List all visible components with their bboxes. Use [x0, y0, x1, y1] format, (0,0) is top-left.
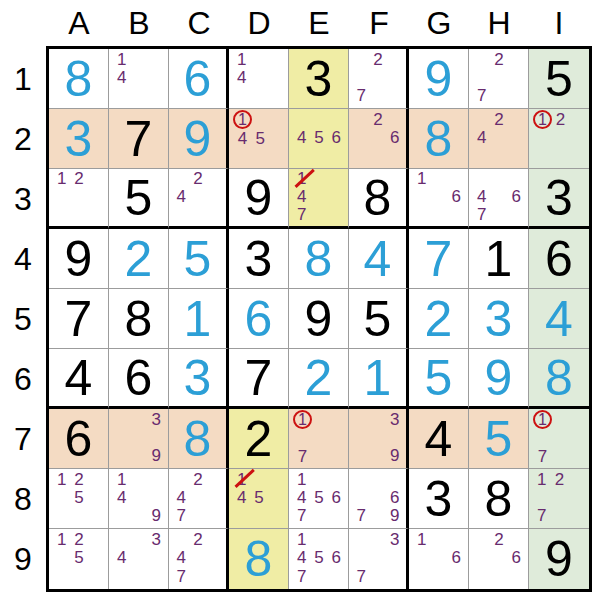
- cell-C3[interactable]: 24: [169, 169, 229, 229]
- candidate-4: 4: [293, 488, 310, 506]
- row-label-7: 7: [0, 409, 46, 469]
- candidate-7: 7: [353, 567, 370, 586]
- cell-F8[interactable]: 679: [349, 469, 409, 529]
- candidate-1-circled: 1: [233, 110, 252, 129]
- candidate-grid: 125: [53, 530, 105, 586]
- cell-D5[interactable]: 6: [229, 289, 289, 349]
- cell-C2[interactable]: 9: [169, 109, 229, 169]
- candidate-1: 1: [238, 112, 247, 128]
- big-digit: 8: [425, 114, 453, 164]
- candidate-grid: 26: [473, 530, 525, 586]
- cell-C1[interactable]: 6: [169, 49, 229, 109]
- candidate-7: 7: [173, 567, 190, 586]
- candidate-grid: 247: [173, 530, 223, 586]
- candidate-7: 7: [293, 447, 312, 465]
- candidate-grid: 27: [473, 50, 525, 105]
- candidate-grid: 147: [293, 170, 345, 223]
- cell-A5[interactable]: 7: [49, 289, 109, 349]
- candidate-3: 3: [148, 410, 165, 428]
- big-digit: 8: [545, 353, 573, 403]
- candidate-1-circled: 1: [533, 110, 552, 129]
- cell-I6[interactable]: 8: [529, 349, 589, 409]
- big-digit: 9: [65, 234, 93, 284]
- candidate-2: 2: [70, 530, 87, 549]
- candidate-grid: 12: [53, 170, 105, 223]
- cell-C8[interactable]: 247: [169, 469, 229, 529]
- candidate-grid: 127: [533, 470, 586, 525]
- candidate-grid: 145: [233, 470, 285, 525]
- candidate-grid: 14567: [293, 470, 345, 525]
- cell-E8[interactable]: 14567: [289, 469, 349, 529]
- candidate-4: 4: [473, 188, 490, 206]
- big-digit: 3: [245, 234, 273, 284]
- candidate-4: 4: [233, 488, 250, 506]
- big-digit: 9: [425, 54, 453, 104]
- candidate-9: 9: [148, 507, 165, 525]
- candidate-5: 5: [252, 129, 269, 147]
- column-label-E: E: [289, 0, 349, 46]
- candidate-5: 5: [70, 488, 87, 506]
- candidate-7: 7: [533, 447, 552, 465]
- cell-C7[interactable]: 8: [169, 409, 229, 469]
- candidate-4: 4: [473, 128, 490, 146]
- cell-A9[interactable]: 125: [49, 529, 109, 589]
- red-circle-annotation: 1: [233, 110, 252, 129]
- candidate-4: 4: [293, 549, 310, 568]
- cell-E7[interactable]: 17: [289, 409, 349, 469]
- candidate-grid: 679: [353, 470, 403, 525]
- big-digit: 8: [65, 54, 93, 104]
- big-digit: 3: [184, 353, 212, 403]
- big-digit: 5: [364, 294, 392, 344]
- cell-H1[interactable]: 27: [469, 49, 529, 109]
- candidate-grid: 39: [353, 410, 403, 465]
- cell-A1[interactable]: 8: [49, 49, 109, 109]
- candidate-4: 4: [293, 128, 310, 146]
- cell-D4[interactable]: 3: [229, 229, 289, 289]
- candidate-grid: 467: [473, 170, 525, 223]
- red-circle-annotation: 1: [533, 110, 552, 129]
- candidate-2: 2: [70, 470, 87, 488]
- big-digit: 9: [184, 114, 212, 164]
- candidate-grid: 125: [53, 470, 105, 525]
- candidate-2: 2: [551, 470, 569, 488]
- row-label-2: 2: [0, 109, 46, 169]
- big-digit: 8: [364, 173, 392, 223]
- candidate-grid: 26: [353, 110, 403, 165]
- cell-B8[interactable]: 149: [109, 469, 169, 529]
- cell-A7[interactable]: 6: [49, 409, 109, 469]
- cell-H8[interactable]: 8: [469, 469, 529, 529]
- cell-F3[interactable]: 8: [349, 169, 409, 229]
- row-label-3: 3: [0, 169, 46, 229]
- red-circle-annotation: 1: [293, 410, 312, 429]
- cell-E2[interactable]: 456: [289, 109, 349, 169]
- candidate-1: 1: [538, 112, 547, 128]
- big-digit: 6: [125, 353, 153, 403]
- candidate-7: 7: [473, 205, 490, 223]
- cell-H6[interactable]: 9: [469, 349, 529, 409]
- big-digit: 6: [545, 234, 573, 284]
- cell-C5[interactable]: 1: [169, 289, 229, 349]
- big-digit: 9: [485, 353, 513, 403]
- big-digit: 9: [545, 534, 573, 584]
- big-digit: 7: [65, 294, 93, 344]
- cell-F7[interactable]: 39: [349, 409, 409, 469]
- big-digit: 3: [65, 114, 93, 164]
- cell-F9[interactable]: 37: [349, 529, 409, 589]
- candidate-grid: 39: [113, 410, 165, 465]
- candidate-4: 4: [113, 549, 130, 568]
- candidate-1-eliminated: 1: [293, 170, 310, 188]
- candidate-6: 6: [328, 128, 345, 146]
- cell-D8[interactable]: 145: [229, 469, 289, 529]
- candidate-1: 1: [298, 412, 307, 428]
- candidate-grid: 37: [353, 530, 403, 586]
- cell-I4[interactable]: 6: [529, 229, 589, 289]
- candidate-5: 5: [310, 488, 327, 506]
- candidate-1: 1: [533, 470, 551, 488]
- cell-E6[interactable]: 2: [289, 349, 349, 409]
- candidate-grid: 14: [233, 50, 285, 105]
- big-digit: 1: [364, 353, 392, 403]
- cell-F2[interactable]: 26: [349, 109, 409, 169]
- candidate-5: 5: [310, 128, 327, 146]
- candidate-grid: 24: [173, 170, 223, 223]
- big-digit: 5: [545, 54, 573, 104]
- candidate-1: 1: [233, 50, 250, 68]
- big-digit: 3: [305, 54, 333, 104]
- candidate-4: 4: [113, 68, 130, 86]
- candidate-grid: 247: [173, 470, 223, 525]
- big-digit: 4: [364, 234, 392, 284]
- cell-B4[interactable]: 2: [109, 229, 169, 289]
- row-label-8: 8: [0, 469, 46, 529]
- big-digit: 5: [184, 234, 212, 284]
- cell-F1[interactable]: 27: [349, 49, 409, 109]
- candidate-1: 1: [113, 50, 130, 68]
- candidate-6: 6: [448, 188, 465, 206]
- cell-B6[interactable]: 6: [109, 349, 169, 409]
- candidate-grid: 16: [413, 170, 465, 223]
- candidate-grid: 145: [233, 110, 285, 165]
- column-label-H: H: [469, 0, 529, 46]
- row-label-5: 5: [0, 289, 46, 349]
- candidate-7: 7: [533, 507, 551, 525]
- big-digit: 7: [425, 234, 453, 284]
- cell-E5[interactable]: 9: [289, 289, 349, 349]
- candidate-grid: 24: [473, 110, 525, 165]
- cell-H4[interactable]: 1: [469, 229, 529, 289]
- candidate-5: 5: [70, 549, 87, 568]
- cell-C9[interactable]: 247: [169, 529, 229, 589]
- big-digit: 4: [65, 353, 93, 403]
- cell-B3[interactable]: 5: [109, 169, 169, 229]
- candidate-7: 7: [473, 87, 490, 105]
- big-digit: 3: [425, 474, 453, 524]
- candidate-3: 3: [386, 410, 403, 428]
- candidate-grid: 12: [533, 110, 586, 165]
- cell-A8[interactable]: 125: [49, 469, 109, 529]
- candidate-2: 2: [190, 470, 207, 488]
- cell-I3[interactable]: 3: [529, 169, 589, 229]
- row-label-9: 9: [0, 529, 46, 589]
- candidate-grid: 456: [293, 110, 345, 165]
- candidate-2: 2: [370, 50, 387, 68]
- candidate-2: 2: [490, 110, 507, 128]
- big-digit: 6: [65, 414, 93, 464]
- candidate-1: 1: [293, 470, 310, 488]
- candidate-1: 1: [53, 170, 70, 188]
- column-label-C: C: [169, 0, 229, 46]
- candidate-1-circled: 1: [533, 410, 552, 429]
- cell-G6[interactable]: 5: [409, 349, 469, 409]
- cell-C4[interactable]: 5: [169, 229, 229, 289]
- candidate-7: 7: [293, 567, 310, 586]
- column-labels: ABCDEFGHI: [49, 0, 589, 46]
- column-label-B: B: [109, 0, 169, 46]
- candidate-7: 7: [353, 507, 370, 525]
- candidate-6: 6: [328, 488, 345, 506]
- column-label-D: D: [229, 0, 289, 46]
- cell-D6[interactable]: 7: [229, 349, 289, 409]
- candidate-grid: 34: [113, 530, 165, 586]
- candidate-7: 7: [293, 205, 310, 223]
- candidate-7: 7: [293, 507, 310, 525]
- cell-H3[interactable]: 467: [469, 169, 529, 229]
- big-digit: 2: [245, 414, 273, 464]
- cell-E1[interactable]: 3: [289, 49, 349, 109]
- big-digit: 1: [485, 234, 513, 284]
- cell-D3[interactable]: 9: [229, 169, 289, 229]
- cell-G5[interactable]: 2: [409, 289, 469, 349]
- big-digit: 2: [125, 234, 153, 284]
- big-digit: 4: [425, 414, 453, 464]
- big-digit: 5: [485, 414, 513, 464]
- candidate-1-circled: 1: [293, 410, 312, 429]
- cell-D1[interactable]: 14: [229, 49, 289, 109]
- candidate-4: 4: [173, 488, 190, 506]
- candidate-9: 9: [386, 507, 403, 525]
- candidate-1-eliminated: 1: [233, 470, 250, 488]
- column-label-F: F: [349, 0, 409, 46]
- cell-H9[interactable]: 26: [469, 529, 529, 589]
- candidate-3: 3: [148, 530, 165, 549]
- cell-A3[interactable]: 12: [49, 169, 109, 229]
- big-digit: 5: [425, 353, 453, 403]
- candidate-2: 2: [490, 530, 507, 549]
- cell-I7[interactable]: 17: [529, 409, 589, 469]
- cell-A4[interactable]: 9: [49, 229, 109, 289]
- column-label-A: A: [49, 0, 109, 46]
- candidate-1: 1: [53, 470, 70, 488]
- cell-B7[interactable]: 39: [109, 409, 169, 469]
- cell-G9[interactable]: 16: [409, 529, 469, 589]
- cell-I5[interactable]: 4: [529, 289, 589, 349]
- big-digit: 1: [184, 294, 212, 344]
- cell-H5[interactable]: 3: [469, 289, 529, 349]
- column-label-G: G: [409, 0, 469, 46]
- candidate-2: 2: [370, 110, 387, 128]
- big-digit: 8: [184, 414, 212, 464]
- candidate-1: 1: [413, 170, 430, 188]
- candidate-3: 3: [386, 530, 403, 549]
- cell-I8[interactable]: 127: [529, 469, 589, 529]
- row-label-6: 6: [0, 349, 46, 409]
- cell-D9[interactable]: 8: [229, 529, 289, 589]
- cell-E3[interactable]: 147: [289, 169, 349, 229]
- cell-A2[interactable]: 3: [49, 109, 109, 169]
- big-digit: 9: [245, 173, 273, 223]
- candidate-9: 9: [386, 447, 403, 465]
- row-label-1: 1: [0, 49, 46, 109]
- candidate-grid: 16: [413, 530, 465, 586]
- candidate-1: 1: [293, 530, 310, 549]
- cell-H2[interactable]: 24: [469, 109, 529, 169]
- row-labels: 123456789: [0, 49, 46, 589]
- cell-G3[interactable]: 16: [409, 169, 469, 229]
- candidate-1: 1: [538, 412, 547, 428]
- big-digit: 8: [305, 234, 333, 284]
- cell-F5[interactable]: 5: [349, 289, 409, 349]
- red-circle-annotation: 1: [533, 410, 552, 429]
- cell-G2[interactable]: 8: [409, 109, 469, 169]
- cell-D7[interactable]: 2: [229, 409, 289, 469]
- candidate-6: 6: [386, 488, 403, 506]
- cell-F6[interactable]: 1: [349, 349, 409, 409]
- cell-C6[interactable]: 3: [169, 349, 229, 409]
- candidate-9: 9: [148, 447, 165, 465]
- candidate-2: 2: [552, 110, 569, 129]
- big-digit: 8: [245, 534, 273, 584]
- big-digit: 5: [125, 173, 153, 223]
- big-digit: 3: [485, 294, 513, 344]
- candidate-1: 1: [53, 530, 70, 549]
- cell-G1[interactable]: 9: [409, 49, 469, 109]
- big-digit: 2: [425, 294, 453, 344]
- big-digit: 2: [305, 353, 333, 403]
- candidate-4: 4: [173, 188, 190, 206]
- big-digit: 3: [545, 173, 573, 223]
- cell-H7[interactable]: 5: [469, 409, 529, 469]
- candidate-2: 2: [490, 50, 507, 68]
- candidate-6: 6: [508, 549, 525, 568]
- candidate-7: 7: [173, 507, 190, 525]
- big-digit: 9: [305, 294, 333, 344]
- sudoku-app: ABCDEFGHI 123456789 81461432792753791454…: [0, 0, 592, 594]
- candidate-6: 6: [386, 128, 403, 146]
- big-digit: 7: [245, 353, 273, 403]
- candidate-7: 7: [353, 87, 370, 105]
- cell-G4[interactable]: 7: [409, 229, 469, 289]
- cell-B1[interactable]: 14: [109, 49, 169, 109]
- big-digit: 7: [125, 114, 153, 164]
- cell-B2[interactable]: 7: [109, 109, 169, 169]
- candidate-2: 2: [70, 170, 87, 188]
- candidate-6: 6: [328, 549, 345, 568]
- cell-D2[interactable]: 145: [229, 109, 289, 169]
- candidate-4: 4: [113, 488, 130, 506]
- cell-G8[interactable]: 3: [409, 469, 469, 529]
- candidate-grid: 27: [353, 50, 403, 105]
- big-digit: 6: [184, 54, 212, 104]
- sudoku-board: 8146143279275379145456268241212524914781…: [46, 46, 592, 592]
- candidate-1: 1: [113, 470, 130, 488]
- big-digit: 8: [485, 474, 513, 524]
- cell-G7[interactable]: 4: [409, 409, 469, 469]
- column-label-I: I: [529, 0, 589, 46]
- cell-A6[interactable]: 4: [49, 349, 109, 409]
- cell-E9[interactable]: 14567: [289, 529, 349, 589]
- candidate-2: 2: [190, 170, 207, 188]
- candidate-grid: 14: [113, 50, 165, 105]
- cell-B9[interactable]: 34: [109, 529, 169, 589]
- cell-I2[interactable]: 12: [529, 109, 589, 169]
- candidate-5: 5: [250, 488, 267, 506]
- cell-I9[interactable]: 9: [529, 529, 589, 589]
- candidate-4: 4: [293, 188, 310, 206]
- candidate-grid: 17: [293, 410, 345, 465]
- candidate-2: 2: [190, 530, 207, 549]
- row-label-4: 4: [0, 229, 46, 289]
- candidate-grid: 149: [113, 470, 165, 525]
- candidate-grid: 17: [533, 410, 586, 465]
- candidate-4: 4: [233, 129, 252, 147]
- candidate-6: 6: [508, 188, 525, 206]
- candidate-4: 4: [173, 549, 190, 568]
- big-digit: 6: [245, 294, 273, 344]
- big-digit: 8: [125, 294, 153, 344]
- candidate-6: 6: [448, 549, 465, 568]
- candidate-5: 5: [310, 549, 327, 568]
- candidate-grid: 14567: [293, 530, 345, 586]
- candidate-4: 4: [233, 68, 250, 86]
- cell-I1[interactable]: 5: [529, 49, 589, 109]
- cell-F4[interactable]: 4: [349, 229, 409, 289]
- cell-E4[interactable]: 8: [289, 229, 349, 289]
- big-digit: 4: [545, 294, 573, 344]
- candidate-1: 1: [413, 530, 430, 549]
- cell-B5[interactable]: 8: [109, 289, 169, 349]
